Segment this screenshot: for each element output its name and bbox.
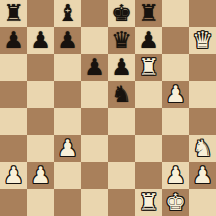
square-b4[interactable] — [27, 108, 54, 135]
piece-black-rook[interactable]: ♜ — [135, 0, 162, 27]
square-h8[interactable] — [189, 0, 216, 27]
square-d1[interactable] — [81, 189, 108, 216]
square-a3[interactable] — [0, 135, 27, 162]
square-c6[interactable] — [54, 54, 81, 81]
square-d3[interactable] — [81, 135, 108, 162]
square-c4[interactable] — [54, 108, 81, 135]
square-d6[interactable]: ♟ — [81, 54, 108, 81]
piece-white-king[interactable]: ♚ — [162, 189, 189, 216]
square-a7[interactable]: ♟ — [0, 27, 27, 54]
square-e6[interactable]: ♟ — [108, 54, 135, 81]
chess-board: ♜♝♚♜♟♟♟♛♟♛♟♟♜♞♟♟♞♟♟♟♟♜♚ — [0, 0, 216, 216]
square-b2[interactable]: ♟ — [27, 162, 54, 189]
square-h4[interactable] — [189, 108, 216, 135]
square-f2[interactable] — [135, 162, 162, 189]
square-h5[interactable] — [189, 81, 216, 108]
square-a6[interactable] — [0, 54, 27, 81]
square-d5[interactable] — [81, 81, 108, 108]
square-b6[interactable] — [27, 54, 54, 81]
square-c8[interactable]: ♝ — [54, 0, 81, 27]
square-h7[interactable]: ♛ — [189, 27, 216, 54]
piece-white-rook[interactable]: ♜ — [135, 189, 162, 216]
square-f4[interactable] — [135, 108, 162, 135]
piece-black-queen[interactable]: ♛ — [108, 27, 135, 54]
square-f1[interactable]: ♜ — [135, 189, 162, 216]
square-a2[interactable]: ♟ — [0, 162, 27, 189]
piece-black-rook[interactable]: ♜ — [0, 0, 27, 27]
square-f3[interactable] — [135, 135, 162, 162]
square-c3[interactable]: ♟ — [54, 135, 81, 162]
square-e8[interactable]: ♚ — [108, 0, 135, 27]
piece-white-pawn[interactable]: ♟ — [162, 162, 189, 189]
square-e2[interactable] — [108, 162, 135, 189]
piece-white-queen[interactable]: ♛ — [189, 27, 216, 54]
piece-black-pawn[interactable]: ♟ — [0, 27, 27, 54]
piece-black-bishop[interactable]: ♝ — [54, 0, 81, 27]
square-h6[interactable] — [189, 54, 216, 81]
square-c2[interactable] — [54, 162, 81, 189]
square-e7[interactable]: ♛ — [108, 27, 135, 54]
square-f8[interactable]: ♜ — [135, 0, 162, 27]
square-b3[interactable] — [27, 135, 54, 162]
square-g2[interactable]: ♟ — [162, 162, 189, 189]
square-a1[interactable] — [0, 189, 27, 216]
square-c5[interactable] — [54, 81, 81, 108]
square-c7[interactable]: ♟ — [54, 27, 81, 54]
square-e4[interactable] — [108, 108, 135, 135]
piece-white-pawn[interactable]: ♟ — [54, 135, 81, 162]
square-g3[interactable] — [162, 135, 189, 162]
square-c1[interactable] — [54, 189, 81, 216]
square-g8[interactable] — [162, 0, 189, 27]
piece-black-pawn[interactable]: ♟ — [108, 54, 135, 81]
square-g1[interactable]: ♚ — [162, 189, 189, 216]
square-a5[interactable] — [0, 81, 27, 108]
piece-black-pawn[interactable]: ♟ — [135, 27, 162, 54]
square-g7[interactable] — [162, 27, 189, 54]
piece-white-pawn[interactable]: ♟ — [0, 162, 27, 189]
square-f6[interactable]: ♜ — [135, 54, 162, 81]
square-g6[interactable] — [162, 54, 189, 81]
square-a4[interactable] — [0, 108, 27, 135]
square-d7[interactable] — [81, 27, 108, 54]
piece-black-pawn[interactable]: ♟ — [27, 27, 54, 54]
piece-black-pawn[interactable]: ♟ — [81, 54, 108, 81]
square-h3[interactable]: ♞ — [189, 135, 216, 162]
square-b7[interactable]: ♟ — [27, 27, 54, 54]
square-e3[interactable] — [108, 135, 135, 162]
square-f7[interactable]: ♟ — [135, 27, 162, 54]
piece-white-pawn[interactable]: ♟ — [27, 162, 54, 189]
square-d4[interactable] — [81, 108, 108, 135]
piece-white-rook[interactable]: ♜ — [135, 54, 162, 81]
square-a8[interactable]: ♜ — [0, 0, 27, 27]
piece-white-knight[interactable]: ♞ — [189, 135, 216, 162]
square-e5[interactable]: ♞ — [108, 81, 135, 108]
square-b8[interactable] — [27, 0, 54, 27]
piece-black-king[interactable]: ♚ — [108, 0, 135, 27]
square-h2[interactable]: ♟ — [189, 162, 216, 189]
square-d2[interactable] — [81, 162, 108, 189]
piece-white-pawn[interactable]: ♟ — [162, 81, 189, 108]
square-h1[interactable] — [189, 189, 216, 216]
square-e1[interactable] — [108, 189, 135, 216]
piece-black-knight[interactable]: ♞ — [108, 81, 135, 108]
piece-black-pawn[interactable]: ♟ — [54, 27, 81, 54]
square-g5[interactable]: ♟ — [162, 81, 189, 108]
square-b1[interactable] — [27, 189, 54, 216]
square-g4[interactable] — [162, 108, 189, 135]
square-f5[interactable] — [135, 81, 162, 108]
square-d8[interactable] — [81, 0, 108, 27]
piece-white-pawn[interactable]: ♟ — [189, 162, 216, 189]
square-b5[interactable] — [27, 81, 54, 108]
